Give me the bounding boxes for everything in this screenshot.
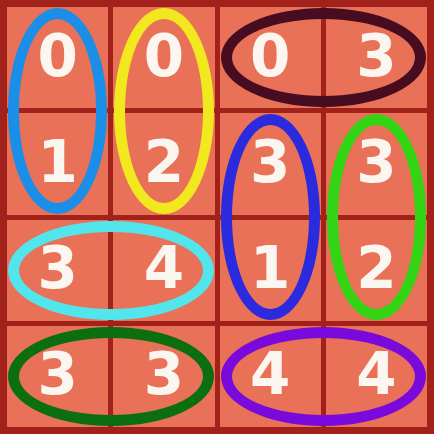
domino-ellipse-yellow-02[interactable] — [114, 8, 213, 214]
dominosa-board: 0003123334123344 — [0, 0, 434, 434]
domino-ellipse-bright-green-32[interactable] — [327, 114, 426, 320]
domino-ellipse-dark-green-33[interactable] — [8, 327, 214, 426]
domino-ellipse-blue-01[interactable] — [8, 8, 107, 214]
domino-ellipse-cyan-34[interactable] — [8, 221, 214, 320]
domino-ellipse-maroon-03[interactable] — [221, 8, 427, 107]
domino-ellipse-royal-blue-31[interactable] — [221, 114, 320, 320]
domino-ellipse-purple-44[interactable] — [221, 327, 427, 426]
